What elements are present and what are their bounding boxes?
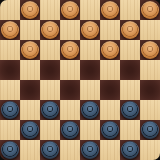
blue-dark-man[interactable] <box>141 121 159 139</box>
blue-dark-man[interactable] <box>41 101 59 119</box>
square-r2c1-dark[interactable] <box>20 40 40 60</box>
square-r4c5-dark[interactable] <box>100 80 120 100</box>
wooden-light-man[interactable] <box>21 41 39 59</box>
square-r1c7-light <box>140 20 160 40</box>
square-r6c4-light <box>80 120 100 140</box>
square-r0c2-light <box>40 0 60 20</box>
square-r2c3-dark[interactable] <box>60 40 80 60</box>
square-r5c4-dark[interactable] <box>80 100 100 120</box>
square-r3c0-dark[interactable] <box>0 60 20 80</box>
square-r5c2-dark[interactable] <box>40 100 60 120</box>
wooden-light-man[interactable] <box>41 21 59 39</box>
square-r6c3-dark[interactable] <box>60 120 80 140</box>
square-r2c2-light <box>40 40 60 60</box>
blue-dark-man[interactable] <box>121 141 139 159</box>
square-r2c4-light <box>80 40 100 60</box>
square-r3c6-dark[interactable] <box>120 60 140 80</box>
blue-dark-man[interactable] <box>21 121 39 139</box>
blue-dark-man[interactable] <box>61 121 79 139</box>
square-r6c7-dark[interactable] <box>140 120 160 140</box>
square-r0c1-dark[interactable] <box>20 0 40 20</box>
square-r5c7-light <box>140 100 160 120</box>
wooden-light-man[interactable] <box>81 21 99 39</box>
square-r4c0-light <box>0 80 20 100</box>
square-r1c6-dark[interactable] <box>120 20 140 40</box>
wooden-light-man[interactable] <box>1 21 19 39</box>
blue-dark-man[interactable] <box>101 121 119 139</box>
blue-dark-man[interactable] <box>81 141 99 159</box>
square-r5c5-light <box>100 100 120 120</box>
square-r7c2-dark[interactable] <box>40 140 60 160</box>
square-r6c5-dark[interactable] <box>100 120 120 140</box>
square-r0c0-light <box>0 0 20 20</box>
square-r3c7-light <box>140 60 160 80</box>
square-r7c4-dark[interactable] <box>80 140 100 160</box>
square-r4c7-dark[interactable] <box>140 80 160 100</box>
square-r5c3-light <box>60 100 80 120</box>
wooden-light-man[interactable] <box>21 1 39 19</box>
square-r7c3-light <box>60 140 80 160</box>
blue-dark-man[interactable] <box>41 141 59 159</box>
wooden-light-man[interactable] <box>61 1 79 19</box>
checkers-board <box>0 0 160 160</box>
square-r5c0-dark[interactable] <box>0 100 20 120</box>
square-r2c6-light <box>120 40 140 60</box>
square-r5c6-dark[interactable] <box>120 100 140 120</box>
wooden-light-man[interactable] <box>101 41 119 59</box>
square-r7c6-dark[interactable] <box>120 140 140 160</box>
wooden-light-man[interactable] <box>61 41 79 59</box>
wooden-light-man[interactable] <box>141 1 159 19</box>
square-r6c1-dark[interactable] <box>20 120 40 140</box>
square-r2c0-light <box>0 40 20 60</box>
square-r4c3-dark[interactable] <box>60 80 80 100</box>
square-r1c2-dark[interactable] <box>40 20 60 40</box>
wooden-light-man[interactable] <box>101 1 119 19</box>
square-r7c5-light <box>100 140 120 160</box>
square-r7c7-light <box>140 140 160 160</box>
square-r1c4-dark[interactable] <box>80 20 100 40</box>
square-r7c1-light <box>20 140 40 160</box>
square-r4c4-light <box>80 80 100 100</box>
square-r1c1-light <box>20 20 40 40</box>
blue-dark-man[interactable] <box>1 101 19 119</box>
square-r5c1-light <box>20 100 40 120</box>
square-r3c3-light <box>60 60 80 80</box>
square-r1c0-dark[interactable] <box>0 20 20 40</box>
square-r4c2-light <box>40 80 60 100</box>
square-r3c1-light <box>20 60 40 80</box>
square-r6c0-light <box>0 120 20 140</box>
blue-dark-man[interactable] <box>121 101 139 119</box>
wooden-light-man[interactable] <box>141 41 159 59</box>
square-r6c6-light <box>120 120 140 140</box>
square-r1c5-light <box>100 20 120 40</box>
square-r7c0-dark[interactable] <box>0 140 20 160</box>
square-r0c6-light <box>120 0 140 20</box>
square-r4c1-dark[interactable] <box>20 80 40 100</box>
blue-dark-man[interactable] <box>1 141 19 159</box>
square-r2c5-dark[interactable] <box>100 40 120 60</box>
square-r3c5-light <box>100 60 120 80</box>
square-r1c3-light <box>60 20 80 40</box>
square-r3c2-dark[interactable] <box>40 60 60 80</box>
square-r6c2-light <box>40 120 60 140</box>
square-r0c4-light <box>80 0 100 20</box>
blue-dark-man[interactable] <box>81 101 99 119</box>
square-r0c7-dark[interactable] <box>140 0 160 20</box>
square-r2c7-dark[interactable] <box>140 40 160 60</box>
square-r4c6-light <box>120 80 140 100</box>
wooden-light-man[interactable] <box>121 21 139 39</box>
square-r3c4-dark[interactable] <box>80 60 100 80</box>
square-r0c5-dark[interactable] <box>100 0 120 20</box>
square-r0c3-dark[interactable] <box>60 0 80 20</box>
